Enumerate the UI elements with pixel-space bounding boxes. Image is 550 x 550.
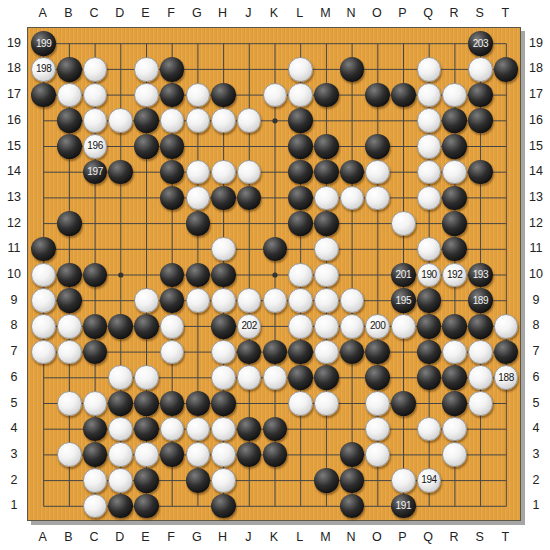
intersection-T13[interactable] xyxy=(493,185,519,211)
intersection-R5[interactable] xyxy=(442,390,468,416)
intersection-P5[interactable] xyxy=(390,390,416,416)
intersection-N18[interactable] xyxy=(339,57,365,83)
intersection-S5[interactable] xyxy=(468,390,494,416)
intersection-J10[interactable] xyxy=(236,262,262,288)
intersection-K4[interactable] xyxy=(262,416,288,442)
intersection-C15[interactable]: 196 xyxy=(82,134,108,160)
intersection-L8[interactable] xyxy=(288,313,314,339)
intersection-F16[interactable] xyxy=(159,108,185,134)
intersection-E3[interactable] xyxy=(134,442,160,468)
intersection-T1[interactable] xyxy=(493,493,519,519)
intersection-E9[interactable] xyxy=(134,288,160,314)
intersection-R1[interactable] xyxy=(442,493,468,519)
intersection-L19[interactable] xyxy=(288,31,314,57)
intersection-R12[interactable] xyxy=(442,211,468,237)
intersection-T19[interactable] xyxy=(493,31,519,57)
intersection-B15[interactable] xyxy=(57,134,83,160)
intersection-T6[interactable]: 188 xyxy=(493,365,519,391)
intersection-R3[interactable] xyxy=(442,442,468,468)
intersection-D17[interactable] xyxy=(108,82,134,108)
intersection-H11[interactable] xyxy=(211,236,237,262)
intersection-F4[interactable] xyxy=(159,416,185,442)
intersection-R14[interactable] xyxy=(442,159,468,185)
intersection-Q2[interactable]: 194 xyxy=(416,468,442,494)
intersection-F11[interactable] xyxy=(159,236,185,262)
intersection-R16[interactable] xyxy=(442,108,468,134)
intersection-R15[interactable] xyxy=(442,134,468,160)
intersection-B3[interactable] xyxy=(57,442,83,468)
intersection-O8[interactable]: 200 xyxy=(365,313,391,339)
intersection-M2[interactable] xyxy=(313,468,339,494)
intersection-M17[interactable] xyxy=(313,82,339,108)
intersection-F19[interactable] xyxy=(159,31,185,57)
intersection-B5[interactable] xyxy=(57,390,83,416)
intersection-M8[interactable] xyxy=(313,313,339,339)
intersection-H9[interactable] xyxy=(211,288,237,314)
intersection-J1[interactable] xyxy=(236,493,262,519)
intersection-L16[interactable] xyxy=(288,108,314,134)
intersection-K2[interactable] xyxy=(262,468,288,494)
intersection-Q13[interactable] xyxy=(416,185,442,211)
intersection-L4[interactable] xyxy=(288,416,314,442)
intersection-N6[interactable] xyxy=(339,365,365,391)
intersection-P11[interactable] xyxy=(390,236,416,262)
intersection-Q11[interactable] xyxy=(416,236,442,262)
intersection-P15[interactable] xyxy=(390,134,416,160)
intersection-A10[interactable] xyxy=(31,262,57,288)
intersection-D3[interactable] xyxy=(108,442,134,468)
intersection-L5[interactable] xyxy=(288,390,314,416)
intersection-B16[interactable] xyxy=(57,108,83,134)
intersection-S15[interactable] xyxy=(468,134,494,160)
intersection-K7[interactable] xyxy=(262,339,288,365)
intersection-E8[interactable] xyxy=(134,313,160,339)
intersection-O3[interactable] xyxy=(365,442,391,468)
intersection-A16[interactable] xyxy=(31,108,57,134)
intersection-O12[interactable] xyxy=(365,211,391,237)
intersection-T14[interactable] xyxy=(493,159,519,185)
intersection-D1[interactable] xyxy=(108,493,134,519)
intersection-Q9[interactable] xyxy=(416,288,442,314)
intersection-O18[interactable] xyxy=(365,57,391,83)
intersection-T3[interactable] xyxy=(493,442,519,468)
intersection-Q7[interactable] xyxy=(416,339,442,365)
intersection-J18[interactable] xyxy=(236,57,262,83)
intersection-J17[interactable] xyxy=(236,82,262,108)
intersection-P18[interactable] xyxy=(390,57,416,83)
intersection-G18[interactable] xyxy=(185,57,211,83)
intersection-G12[interactable] xyxy=(185,211,211,237)
intersection-P1[interactable]: 191 xyxy=(390,493,416,519)
intersection-N19[interactable] xyxy=(339,31,365,57)
intersection-S6[interactable] xyxy=(468,365,494,391)
intersection-E13[interactable] xyxy=(134,185,160,211)
intersection-O11[interactable] xyxy=(365,236,391,262)
intersection-D2[interactable] xyxy=(108,468,134,494)
intersection-B9[interactable] xyxy=(57,288,83,314)
intersection-N15[interactable] xyxy=(339,134,365,160)
intersection-Q8[interactable] xyxy=(416,313,442,339)
intersection-J7[interactable] xyxy=(236,339,262,365)
intersection-H8[interactable] xyxy=(211,313,237,339)
intersection-F5[interactable] xyxy=(159,390,185,416)
intersection-C12[interactable] xyxy=(82,211,108,237)
intersection-Q10[interactable]: 190 xyxy=(416,262,442,288)
intersection-R7[interactable] xyxy=(442,339,468,365)
intersection-B8[interactable] xyxy=(57,313,83,339)
intersection-T16[interactable] xyxy=(493,108,519,134)
intersection-N12[interactable] xyxy=(339,211,365,237)
intersection-K5[interactable] xyxy=(262,390,288,416)
intersection-H5[interactable] xyxy=(211,390,237,416)
intersection-K16[interactable] xyxy=(262,108,288,134)
intersection-R2[interactable] xyxy=(442,468,468,494)
intersection-C2[interactable] xyxy=(82,468,108,494)
intersection-G13[interactable] xyxy=(185,185,211,211)
intersection-O14[interactable] xyxy=(365,159,391,185)
intersection-D9[interactable] xyxy=(108,288,134,314)
intersection-K10[interactable] xyxy=(262,262,288,288)
intersection-G9[interactable] xyxy=(185,288,211,314)
intersection-N10[interactable] xyxy=(339,262,365,288)
intersection-G5[interactable] xyxy=(185,390,211,416)
intersection-B6[interactable] xyxy=(57,365,83,391)
intersection-D7[interactable] xyxy=(108,339,134,365)
intersection-J13[interactable] xyxy=(236,185,262,211)
intersection-D12[interactable] xyxy=(108,211,134,237)
intersection-R9[interactable] xyxy=(442,288,468,314)
intersection-A8[interactable] xyxy=(31,313,57,339)
intersection-C4[interactable] xyxy=(82,416,108,442)
intersection-J11[interactable] xyxy=(236,236,262,262)
intersection-E17[interactable] xyxy=(134,82,160,108)
intersection-K19[interactable] xyxy=(262,31,288,57)
intersection-M7[interactable] xyxy=(313,339,339,365)
intersection-Q6[interactable] xyxy=(416,365,442,391)
intersection-L18[interactable] xyxy=(288,57,314,83)
intersection-D4[interactable] xyxy=(108,416,134,442)
intersection-J12[interactable] xyxy=(236,211,262,237)
intersection-R19[interactable] xyxy=(442,31,468,57)
intersection-P12[interactable] xyxy=(390,211,416,237)
intersection-G6[interactable] xyxy=(185,365,211,391)
intersection-L9[interactable] xyxy=(288,288,314,314)
intersection-J9[interactable] xyxy=(236,288,262,314)
intersection-D6[interactable] xyxy=(108,365,134,391)
intersection-E2[interactable] xyxy=(134,468,160,494)
intersection-S14[interactable] xyxy=(468,159,494,185)
intersection-T12[interactable] xyxy=(493,211,519,237)
intersection-M4[interactable] xyxy=(313,416,339,442)
intersection-J19[interactable] xyxy=(236,31,262,57)
intersection-M6[interactable] xyxy=(313,365,339,391)
intersection-H14[interactable] xyxy=(211,159,237,185)
intersection-T18[interactable] xyxy=(493,57,519,83)
intersection-L1[interactable] xyxy=(288,493,314,519)
intersection-M13[interactable] xyxy=(313,185,339,211)
intersection-T15[interactable] xyxy=(493,134,519,160)
intersection-G3[interactable] xyxy=(185,442,211,468)
intersection-M19[interactable] xyxy=(313,31,339,57)
intersection-B11[interactable] xyxy=(57,236,83,262)
intersection-Q17[interactable] xyxy=(416,82,442,108)
intersection-E6[interactable] xyxy=(134,365,160,391)
intersection-N2[interactable] xyxy=(339,468,365,494)
intersection-O13[interactable] xyxy=(365,185,391,211)
intersection-H10[interactable] xyxy=(211,262,237,288)
intersection-E1[interactable] xyxy=(134,493,160,519)
intersection-Q5[interactable] xyxy=(416,390,442,416)
intersection-J4[interactable] xyxy=(236,416,262,442)
intersection-H12[interactable] xyxy=(211,211,237,237)
intersection-R6[interactable] xyxy=(442,365,468,391)
intersection-S19[interactable]: 203 xyxy=(468,31,494,57)
intersection-G4[interactable] xyxy=(185,416,211,442)
intersection-G16[interactable] xyxy=(185,108,211,134)
intersection-F2[interactable] xyxy=(159,468,185,494)
intersection-J16[interactable] xyxy=(236,108,262,134)
intersection-B17[interactable] xyxy=(57,82,83,108)
intersection-B1[interactable] xyxy=(57,493,83,519)
intersection-H3[interactable] xyxy=(211,442,237,468)
intersection-S13[interactable] xyxy=(468,185,494,211)
intersection-J3[interactable] xyxy=(236,442,262,468)
intersection-E19[interactable] xyxy=(134,31,160,57)
intersection-N13[interactable] xyxy=(339,185,365,211)
intersection-C19[interactable] xyxy=(82,31,108,57)
intersection-T4[interactable] xyxy=(493,416,519,442)
intersection-H17[interactable] xyxy=(211,82,237,108)
intersection-C16[interactable] xyxy=(82,108,108,134)
intersection-R4[interactable] xyxy=(442,416,468,442)
intersection-M5[interactable] xyxy=(313,390,339,416)
intersection-E11[interactable] xyxy=(134,236,160,262)
intersection-E15[interactable] xyxy=(134,134,160,160)
intersection-H4[interactable] xyxy=(211,416,237,442)
intersection-S7[interactable] xyxy=(468,339,494,365)
intersection-C8[interactable] xyxy=(82,313,108,339)
intersection-O19[interactable] xyxy=(365,31,391,57)
intersection-M12[interactable] xyxy=(313,211,339,237)
intersection-R13[interactable] xyxy=(442,185,468,211)
intersection-Q4[interactable] xyxy=(416,416,442,442)
intersection-G14[interactable] xyxy=(185,159,211,185)
intersection-A1[interactable] xyxy=(31,493,57,519)
intersection-M10[interactable] xyxy=(313,262,339,288)
intersection-N16[interactable] xyxy=(339,108,365,134)
intersection-P13[interactable] xyxy=(390,185,416,211)
intersection-H18[interactable] xyxy=(211,57,237,83)
intersection-K11[interactable] xyxy=(262,236,288,262)
intersection-H19[interactable] xyxy=(211,31,237,57)
intersection-Q16[interactable] xyxy=(416,108,442,134)
intersection-R11[interactable] xyxy=(442,236,468,262)
intersection-G19[interactable] xyxy=(185,31,211,57)
intersection-M9[interactable] xyxy=(313,288,339,314)
intersection-K6[interactable] xyxy=(262,365,288,391)
intersection-D19[interactable] xyxy=(108,31,134,57)
intersection-A5[interactable] xyxy=(31,390,57,416)
intersection-A2[interactable] xyxy=(31,468,57,494)
intersection-E5[interactable] xyxy=(134,390,160,416)
intersection-O10[interactable] xyxy=(365,262,391,288)
intersection-T11[interactable] xyxy=(493,236,519,262)
intersection-K15[interactable] xyxy=(262,134,288,160)
intersection-H6[interactable] xyxy=(211,365,237,391)
intersection-R17[interactable] xyxy=(442,82,468,108)
intersection-B4[interactable] xyxy=(57,416,83,442)
intersection-B19[interactable] xyxy=(57,31,83,57)
intersection-F7[interactable] xyxy=(159,339,185,365)
intersection-S4[interactable] xyxy=(468,416,494,442)
intersection-H7[interactable] xyxy=(211,339,237,365)
intersection-Q12[interactable] xyxy=(416,211,442,237)
intersection-K9[interactable] xyxy=(262,288,288,314)
intersection-S3[interactable] xyxy=(468,442,494,468)
intersection-K14[interactable] xyxy=(262,159,288,185)
intersection-K17[interactable] xyxy=(262,82,288,108)
intersection-C17[interactable] xyxy=(82,82,108,108)
intersection-L13[interactable] xyxy=(288,185,314,211)
intersection-F13[interactable] xyxy=(159,185,185,211)
intersection-J6[interactable] xyxy=(236,365,262,391)
intersection-A11[interactable] xyxy=(31,236,57,262)
intersection-O9[interactable] xyxy=(365,288,391,314)
intersection-G10[interactable] xyxy=(185,262,211,288)
intersection-B12[interactable] xyxy=(57,211,83,237)
intersection-P4[interactable] xyxy=(390,416,416,442)
intersection-D10[interactable] xyxy=(108,262,134,288)
intersection-O5[interactable] xyxy=(365,390,391,416)
intersection-S16[interactable] xyxy=(468,108,494,134)
intersection-Q15[interactable] xyxy=(416,134,442,160)
intersection-Q3[interactable] xyxy=(416,442,442,468)
intersection-O7[interactable] xyxy=(365,339,391,365)
intersection-P8[interactable] xyxy=(390,313,416,339)
intersection-S18[interactable] xyxy=(468,57,494,83)
intersection-G1[interactable] xyxy=(185,493,211,519)
intersection-C7[interactable] xyxy=(82,339,108,365)
intersection-D5[interactable] xyxy=(108,390,134,416)
intersection-B14[interactable] xyxy=(57,159,83,185)
intersection-A6[interactable] xyxy=(31,365,57,391)
intersection-E12[interactable] xyxy=(134,211,160,237)
intersection-N5[interactable] xyxy=(339,390,365,416)
intersection-P6[interactable] xyxy=(390,365,416,391)
intersection-Q18[interactable] xyxy=(416,57,442,83)
intersection-Q14[interactable] xyxy=(416,159,442,185)
intersection-O16[interactable] xyxy=(365,108,391,134)
intersection-P14[interactable] xyxy=(390,159,416,185)
intersection-O17[interactable] xyxy=(365,82,391,108)
intersection-E16[interactable] xyxy=(134,108,160,134)
intersection-J8[interactable]: 202 xyxy=(236,313,262,339)
intersection-E4[interactable] xyxy=(134,416,160,442)
intersection-C11[interactable] xyxy=(82,236,108,262)
intersection-A4[interactable] xyxy=(31,416,57,442)
intersection-F14[interactable] xyxy=(159,159,185,185)
intersection-R18[interactable] xyxy=(442,57,468,83)
intersection-L10[interactable] xyxy=(288,262,314,288)
intersection-C6[interactable] xyxy=(82,365,108,391)
intersection-F17[interactable] xyxy=(159,82,185,108)
intersection-Q1[interactable] xyxy=(416,493,442,519)
intersection-F8[interactable] xyxy=(159,313,185,339)
intersection-T2[interactable] xyxy=(493,468,519,494)
intersection-B10[interactable] xyxy=(57,262,83,288)
intersection-S17[interactable] xyxy=(468,82,494,108)
intersection-N7[interactable] xyxy=(339,339,365,365)
intersection-Q19[interactable] xyxy=(416,31,442,57)
intersection-T9[interactable] xyxy=(493,288,519,314)
intersection-S10[interactable]: 193 xyxy=(468,262,494,288)
intersection-A18[interactable]: 198 xyxy=(31,57,57,83)
intersection-O2[interactable] xyxy=(365,468,391,494)
intersection-P10[interactable]: 201 xyxy=(390,262,416,288)
intersection-L7[interactable] xyxy=(288,339,314,365)
intersection-L3[interactable] xyxy=(288,442,314,468)
intersection-N8[interactable] xyxy=(339,313,365,339)
intersection-L12[interactable] xyxy=(288,211,314,237)
intersection-N11[interactable] xyxy=(339,236,365,262)
intersection-S12[interactable] xyxy=(468,211,494,237)
intersection-M16[interactable] xyxy=(313,108,339,134)
intersection-M18[interactable] xyxy=(313,57,339,83)
intersection-K1[interactable] xyxy=(262,493,288,519)
intersection-P2[interactable] xyxy=(390,468,416,494)
intersection-R10[interactable]: 192 xyxy=(442,262,468,288)
intersection-A7[interactable] xyxy=(31,339,57,365)
intersection-H2[interactable] xyxy=(211,468,237,494)
intersection-H16[interactable] xyxy=(211,108,237,134)
intersection-P9[interactable]: 195 xyxy=(390,288,416,314)
intersection-H13[interactable] xyxy=(211,185,237,211)
intersection-D16[interactable] xyxy=(108,108,134,134)
intersection-B7[interactable] xyxy=(57,339,83,365)
intersection-F3[interactable] xyxy=(159,442,185,468)
intersection-P7[interactable] xyxy=(390,339,416,365)
intersection-D13[interactable] xyxy=(108,185,134,211)
intersection-T7[interactable] xyxy=(493,339,519,365)
intersection-C10[interactable] xyxy=(82,262,108,288)
intersection-E18[interactable] xyxy=(134,57,160,83)
go-board[interactable]: 1992031981961972011901921931951892022001… xyxy=(27,27,521,521)
intersection-R8[interactable] xyxy=(442,313,468,339)
intersection-N1[interactable] xyxy=(339,493,365,519)
intersection-D14[interactable] xyxy=(108,159,134,185)
intersection-D15[interactable] xyxy=(108,134,134,160)
intersection-L2[interactable] xyxy=(288,468,314,494)
intersection-C3[interactable] xyxy=(82,442,108,468)
intersection-T17[interactable] xyxy=(493,82,519,108)
intersection-C18[interactable] xyxy=(82,57,108,83)
intersection-O4[interactable] xyxy=(365,416,391,442)
intersection-N3[interactable] xyxy=(339,442,365,468)
intersection-C5[interactable] xyxy=(82,390,108,416)
intersection-P17[interactable] xyxy=(390,82,416,108)
intersection-O15[interactable] xyxy=(365,134,391,160)
intersection-G2[interactable] xyxy=(185,468,211,494)
intersection-G11[interactable] xyxy=(185,236,211,262)
intersection-G8[interactable] xyxy=(185,313,211,339)
intersection-A15[interactable] xyxy=(31,134,57,160)
intersection-A12[interactable] xyxy=(31,211,57,237)
intersection-K3[interactable] xyxy=(262,442,288,468)
intersection-S11[interactable] xyxy=(468,236,494,262)
intersection-A3[interactable] xyxy=(31,442,57,468)
intersection-J14[interactable] xyxy=(236,159,262,185)
intersection-J15[interactable] xyxy=(236,134,262,160)
